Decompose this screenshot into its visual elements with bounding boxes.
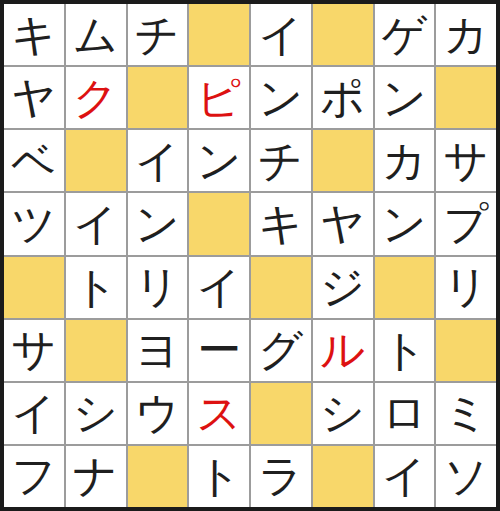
letter-cell-r1c7[interactable]: ゲ bbox=[375, 4, 435, 65]
letter-cell-r7c7[interactable]: ロ bbox=[375, 383, 435, 444]
cell-letter: カ bbox=[382, 139, 427, 183]
cell-letter: サ bbox=[11, 328, 56, 372]
letter-cell-r5c3[interactable]: リ bbox=[128, 257, 188, 318]
letter-cell-r6c5[interactable]: グ bbox=[251, 320, 311, 381]
letter-cell-r4c1[interactable]: ツ bbox=[4, 193, 64, 254]
cell-letter: カ bbox=[444, 13, 489, 57]
letter-cell-r6c6[interactable]: ル bbox=[313, 320, 373, 381]
letter-cell-r3c3[interactable]: イ bbox=[128, 130, 188, 191]
crossword-board: キムチイゲカヤクピンポンベインチカサツインキヤンプトリイジリサヨーグルトイシウス… bbox=[0, 0, 500, 511]
cell-letter: ト bbox=[382, 328, 427, 372]
cell-letter: ツ bbox=[11, 202, 56, 246]
cell-letter: サ bbox=[444, 139, 489, 183]
letter-cell-r2c2[interactable]: ク bbox=[66, 67, 126, 128]
blocked-cell-r8c6 bbox=[313, 446, 373, 507]
cell-letter: ピ bbox=[197, 76, 242, 120]
cell-letter: ヤ bbox=[11, 76, 56, 120]
letter-cell-r8c2[interactable]: ナ bbox=[66, 446, 126, 507]
letter-cell-r5c4[interactable]: イ bbox=[189, 257, 249, 318]
cell-letter: ト bbox=[197, 454, 242, 498]
blocked-cell-r7c5 bbox=[251, 383, 311, 444]
letter-cell-r1c5[interactable]: イ bbox=[251, 4, 311, 65]
cell-letter: ト bbox=[73, 265, 118, 309]
letter-cell-r2c1[interactable]: ヤ bbox=[4, 67, 64, 128]
letter-cell-r7c4[interactable]: ス bbox=[189, 383, 249, 444]
cell-letter: ポ bbox=[320, 76, 365, 120]
cell-letter: チ bbox=[258, 139, 303, 183]
letter-cell-r8c5[interactable]: ラ bbox=[251, 446, 311, 507]
cell-letter: イ bbox=[135, 139, 180, 183]
cell-letter: ソ bbox=[444, 454, 489, 498]
cell-letter: ナ bbox=[73, 454, 118, 498]
letter-cell-r3c4[interactable]: ン bbox=[189, 130, 249, 191]
letter-cell-r6c1[interactable]: サ bbox=[4, 320, 64, 381]
cell-letter: ミ bbox=[444, 391, 489, 435]
cell-letter: リ bbox=[444, 265, 489, 309]
blocked-cell-r3c2 bbox=[66, 130, 126, 191]
blocked-cell-r1c6 bbox=[313, 4, 373, 65]
cell-letter: シ bbox=[320, 391, 365, 435]
letter-cell-r4c7[interactable]: ン bbox=[375, 193, 435, 254]
letter-cell-r6c4[interactable]: ー bbox=[189, 320, 249, 381]
blocked-cell-r3c6 bbox=[313, 130, 373, 191]
letter-cell-r5c6[interactable]: ジ bbox=[313, 257, 373, 318]
cell-letter: グ bbox=[258, 328, 303, 372]
cell-letter: イ bbox=[73, 202, 118, 246]
blocked-cell-r5c7 bbox=[375, 257, 435, 318]
letter-cell-r3c5[interactable]: チ bbox=[251, 130, 311, 191]
cell-letter: イ bbox=[11, 391, 56, 435]
letter-cell-r7c3[interactable]: ウ bbox=[128, 383, 188, 444]
cell-letter: キ bbox=[11, 13, 56, 57]
blocked-cell-r2c8 bbox=[436, 67, 496, 128]
cell-letter: ル bbox=[320, 328, 365, 372]
cell-letter: フ bbox=[11, 454, 56, 498]
cell-letter: ヤ bbox=[320, 202, 365, 246]
letter-cell-r2c7[interactable]: ン bbox=[375, 67, 435, 128]
cell-letter: ー bbox=[197, 328, 241, 372]
cell-letter: プ bbox=[444, 202, 489, 246]
letter-cell-r8c7[interactable]: イ bbox=[375, 446, 435, 507]
cell-letter: チ bbox=[135, 13, 180, 57]
blocked-cell-r5c1 bbox=[4, 257, 64, 318]
cell-letter: ロ bbox=[382, 391, 427, 435]
cell-letter: ン bbox=[258, 76, 303, 120]
letter-cell-r6c7[interactable]: ト bbox=[375, 320, 435, 381]
letter-cell-r3c7[interactable]: カ bbox=[375, 130, 435, 191]
blocked-cell-r1c4 bbox=[189, 4, 249, 65]
cell-letter: ン bbox=[382, 202, 427, 246]
cell-letter: キ bbox=[258, 202, 303, 246]
cell-letter: ウ bbox=[135, 391, 180, 435]
letter-cell-r1c2[interactable]: ム bbox=[66, 4, 126, 65]
letter-cell-r4c2[interactable]: イ bbox=[66, 193, 126, 254]
cell-letter: ム bbox=[73, 13, 118, 57]
letter-cell-r6c3[interactable]: ヨ bbox=[128, 320, 188, 381]
letter-cell-r5c2[interactable]: ト bbox=[66, 257, 126, 318]
letter-cell-r3c8[interactable]: サ bbox=[436, 130, 496, 191]
letter-cell-r5c8[interactable]: リ bbox=[436, 257, 496, 318]
blocked-cell-r4c4 bbox=[189, 193, 249, 254]
letter-cell-r7c6[interactable]: シ bbox=[313, 383, 373, 444]
blocked-cell-r6c8 bbox=[436, 320, 496, 381]
letter-cell-r4c3[interactable]: ン bbox=[128, 193, 188, 254]
blocked-cell-r8c3 bbox=[128, 446, 188, 507]
letter-cell-r2c6[interactable]: ポ bbox=[313, 67, 373, 128]
letter-cell-r2c4[interactable]: ピ bbox=[189, 67, 249, 128]
cell-letter: ン bbox=[135, 202, 180, 246]
blocked-cell-r2c3 bbox=[128, 67, 188, 128]
letter-cell-r8c4[interactable]: ト bbox=[189, 446, 249, 507]
letter-cell-r4c6[interactable]: ヤ bbox=[313, 193, 373, 254]
cell-letter: イ bbox=[382, 454, 427, 498]
blocked-cell-r5c5 bbox=[251, 257, 311, 318]
letter-cell-r4c8[interactable]: プ bbox=[436, 193, 496, 254]
letter-cell-r8c8[interactable]: ソ bbox=[436, 446, 496, 507]
letter-cell-r4c5[interactable]: キ bbox=[251, 193, 311, 254]
letter-cell-r7c1[interactable]: イ bbox=[4, 383, 64, 444]
letter-cell-r3c1[interactable]: ベ bbox=[4, 130, 64, 191]
cell-letter: ク bbox=[73, 76, 118, 120]
cell-letter: シ bbox=[73, 391, 118, 435]
letter-cell-r7c8[interactable]: ミ bbox=[436, 383, 496, 444]
cell-letter: ス bbox=[197, 391, 242, 435]
blocked-cell-r6c2 bbox=[66, 320, 126, 381]
letter-cell-r2c5[interactable]: ン bbox=[251, 67, 311, 128]
cell-letter: ヨ bbox=[135, 328, 180, 372]
letter-cell-r8c1[interactable]: フ bbox=[4, 446, 64, 507]
cell-letter: ベ bbox=[11, 139, 56, 183]
cell-letter: リ bbox=[135, 265, 180, 309]
letter-cell-r1c1[interactable]: キ bbox=[4, 4, 64, 65]
letter-cell-r1c3[interactable]: チ bbox=[128, 4, 188, 65]
cell-letter: ン bbox=[382, 76, 427, 120]
letter-cell-r7c2[interactable]: シ bbox=[66, 383, 126, 444]
cell-letter: イ bbox=[258, 13, 303, 57]
cell-letter: ラ bbox=[258, 454, 303, 498]
letter-cell-r1c8[interactable]: カ bbox=[436, 4, 496, 65]
cell-letter: ン bbox=[197, 139, 242, 183]
cell-letter: ゲ bbox=[382, 13, 427, 57]
cell-letter: ジ bbox=[320, 265, 365, 309]
cell-letter: イ bbox=[197, 265, 242, 309]
